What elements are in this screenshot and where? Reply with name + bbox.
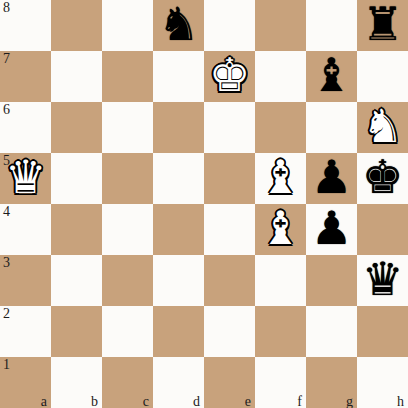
square-a7[interactable]: 7	[0, 51, 51, 102]
square-b3[interactable]	[51, 255, 102, 306]
square-d6[interactable]	[153, 102, 204, 153]
file-label-e: e	[245, 394, 251, 408]
square-b8[interactable]	[51, 0, 102, 51]
piece-black-queen-h3[interactable]: ♛	[362, 254, 403, 305]
square-d3[interactable]	[153, 255, 204, 306]
square-h7[interactable]	[357, 51, 408, 102]
square-g7[interactable]: ♝	[306, 51, 357, 102]
piece-black-king-h5[interactable]: ♚	[362, 152, 403, 203]
square-a5[interactable]: 5♛	[0, 153, 51, 204]
square-b2[interactable]	[51, 306, 102, 357]
square-e5[interactable]	[204, 153, 255, 204]
piece-white-bishop-f4[interactable]: ♝	[260, 203, 301, 254]
chess-board: 8♞♜7♚♝6♞5♛♝♟♚4♝♟3♛21abcdefgh	[0, 0, 408, 408]
square-b1[interactable]: b	[51, 357, 102, 408]
rank-label-8: 8	[3, 0, 10, 16]
piece-white-king-e7[interactable]: ♚	[209, 50, 250, 101]
square-f6[interactable]	[255, 102, 306, 153]
square-c5[interactable]	[102, 153, 153, 204]
rank-label-6: 6	[3, 102, 10, 118]
square-g4[interactable]: ♟	[306, 204, 357, 255]
square-g6[interactable]	[306, 102, 357, 153]
file-label-f: f	[297, 394, 302, 408]
square-h2[interactable]	[357, 306, 408, 357]
square-e1[interactable]: e	[204, 357, 255, 408]
square-a4[interactable]: 4	[0, 204, 51, 255]
square-f7[interactable]	[255, 51, 306, 102]
square-h3[interactable]: ♛	[357, 255, 408, 306]
file-label-b: b	[91, 394, 98, 408]
square-g5[interactable]: ♟	[306, 153, 357, 204]
square-c3[interactable]	[102, 255, 153, 306]
rank-label-7: 7	[3, 51, 10, 67]
square-g8[interactable]	[306, 0, 357, 51]
square-f4[interactable]: ♝	[255, 204, 306, 255]
square-e2[interactable]	[204, 306, 255, 357]
file-label-d: d	[193, 394, 200, 408]
piece-white-queen-a5[interactable]: ♛	[5, 152, 46, 203]
rank-label-4: 4	[3, 204, 10, 220]
square-c7[interactable]	[102, 51, 153, 102]
square-a2[interactable]: 2	[0, 306, 51, 357]
square-h8[interactable]: ♜	[357, 0, 408, 51]
square-a8[interactable]: 8	[0, 0, 51, 51]
square-d1[interactable]: d	[153, 357, 204, 408]
rank-label-1: 1	[3, 357, 10, 373]
rank-label-2: 2	[3, 306, 10, 322]
square-d7[interactable]	[153, 51, 204, 102]
square-h6[interactable]: ♞	[357, 102, 408, 153]
square-e4[interactable]	[204, 204, 255, 255]
square-g2[interactable]	[306, 306, 357, 357]
piece-black-knight-d8[interactable]: ♞	[158, 0, 199, 50]
square-b5[interactable]	[51, 153, 102, 204]
square-c1[interactable]: c	[102, 357, 153, 408]
square-c8[interactable]	[102, 0, 153, 51]
square-f2[interactable]	[255, 306, 306, 357]
piece-black-pawn-g5[interactable]: ♟	[311, 152, 352, 203]
square-e8[interactable]	[204, 0, 255, 51]
square-e7[interactable]: ♚	[204, 51, 255, 102]
square-f3[interactable]	[255, 255, 306, 306]
square-g1[interactable]: g	[306, 357, 357, 408]
square-f1[interactable]: f	[255, 357, 306, 408]
square-e3[interactable]	[204, 255, 255, 306]
square-e6[interactable]	[204, 102, 255, 153]
square-c2[interactable]	[102, 306, 153, 357]
square-a1[interactable]: 1a	[0, 357, 51, 408]
piece-black-rook-h8[interactable]: ♜	[362, 0, 403, 50]
square-h1[interactable]: h	[357, 357, 408, 408]
file-label-a: a	[41, 394, 47, 408]
file-label-h: h	[397, 394, 404, 408]
square-b6[interactable]	[51, 102, 102, 153]
square-b4[interactable]	[51, 204, 102, 255]
square-h5[interactable]: ♚	[357, 153, 408, 204]
piece-black-pawn-g4[interactable]: ♟	[311, 203, 352, 254]
square-f8[interactable]	[255, 0, 306, 51]
square-d8[interactable]: ♞	[153, 0, 204, 51]
piece-white-bishop-f5[interactable]: ♝	[260, 152, 301, 203]
square-d4[interactable]	[153, 204, 204, 255]
square-d2[interactable]	[153, 306, 204, 357]
rank-label-3: 3	[3, 255, 10, 271]
square-a3[interactable]: 3	[0, 255, 51, 306]
square-c6[interactable]	[102, 102, 153, 153]
square-g3[interactable]	[306, 255, 357, 306]
square-b7[interactable]	[51, 51, 102, 102]
square-c4[interactable]	[102, 204, 153, 255]
piece-white-knight-h6[interactable]: ♞	[362, 101, 403, 152]
file-label-g: g	[346, 394, 353, 408]
file-label-c: c	[143, 394, 149, 408]
square-h4[interactable]	[357, 204, 408, 255]
piece-black-bishop-g7[interactable]: ♝	[311, 50, 352, 101]
square-a6[interactable]: 6	[0, 102, 51, 153]
square-f5[interactable]: ♝	[255, 153, 306, 204]
square-d5[interactable]	[153, 153, 204, 204]
